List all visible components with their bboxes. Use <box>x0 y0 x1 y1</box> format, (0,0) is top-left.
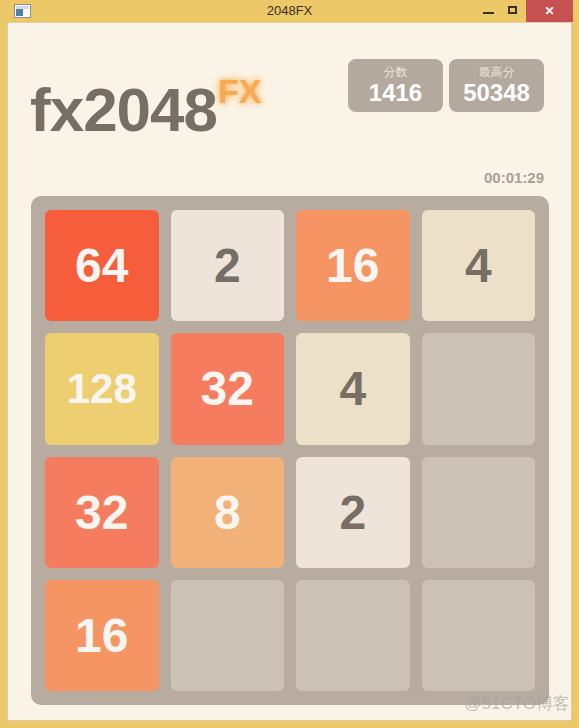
minimize-button[interactable] <box>478 0 498 22</box>
best-score-value: 50348 <box>463 80 530 106</box>
tile-2: 2 <box>171 210 285 321</box>
best-score-label: 最高分 <box>479 65 515 80</box>
tile-32: 32 <box>45 457 159 568</box>
app-logo: fx2048FX <box>30 72 262 145</box>
score-box: 分数 1416 <box>348 59 443 112</box>
tile-8: 8 <box>171 457 285 568</box>
score-value: 1416 <box>369 80 422 106</box>
score-label: 分数 <box>384 65 408 80</box>
tile-4: 4 <box>422 210 536 321</box>
logo-fx-badge: FX <box>218 72 261 110</box>
best-score-box: 最高分 50348 <box>449 59 544 112</box>
tile-32: 32 <box>171 333 285 444</box>
empty-cell <box>422 333 536 444</box>
maximize-button[interactable] <box>503 0 523 22</box>
empty-cell <box>422 580 536 691</box>
tile-16: 16 <box>296 210 410 321</box>
game-board[interactable]: 642164128324328216 <box>31 196 549 705</box>
empty-cell <box>422 457 536 568</box>
title-bar: 2048FX ✕ <box>0 0 579 22</box>
tile-4: 4 <box>296 333 410 444</box>
score-panel: 分数 1416 最高分 50348 <box>348 59 544 112</box>
app-window: 2048FX ✕ fx2048FX 分数 1416 最高分 50348 00:0… <box>0 0 579 728</box>
tile-2: 2 <box>296 457 410 568</box>
tile-16: 16 <box>45 580 159 691</box>
logo-text: fx2048 <box>30 75 217 144</box>
watermark: @51CTO博客 <box>464 692 570 715</box>
empty-cell <box>296 580 410 691</box>
empty-cell <box>171 580 285 691</box>
tile-64: 64 <box>45 210 159 321</box>
game-timer: 00:01:29 <box>484 169 544 186</box>
close-button[interactable]: ✕ <box>526 0 573 22</box>
game-area: fx2048FX 分数 1416 最高分 50348 00:01:29 6421… <box>7 22 572 721</box>
tile-128: 128 <box>45 333 159 444</box>
